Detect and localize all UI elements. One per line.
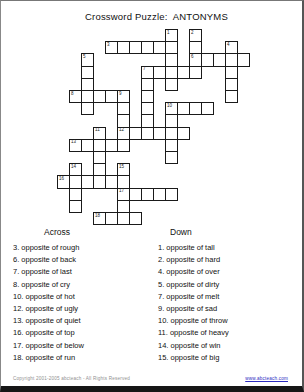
clue-number-5: 5	[83, 55, 86, 60]
clue-number-10: 10	[167, 104, 172, 109]
clue-number-16: 16	[59, 177, 64, 182]
clue-number-1: 1	[167, 31, 170, 36]
grid-cell-r14c5[interactable]	[117, 200, 130, 213]
grid-cell-r13c9[interactable]	[165, 188, 178, 201]
grid-cell-r7c5[interactable]	[117, 114, 130, 127]
grid-cell-r9c5[interactable]	[117, 139, 130, 152]
down-clue-15: 15. opposite of big	[158, 352, 229, 364]
grid-cell-r7c7[interactable]	[141, 114, 154, 127]
grid-cell-r3c14[interactable]	[225, 66, 238, 79]
down-clue-4: 4. opposite of over	[158, 266, 229, 278]
grid-cell-r2c15[interactable]	[237, 53, 250, 66]
down-clue-1: 1. opposite of tall	[158, 242, 229, 254]
grid-cell-r4c2[interactable]	[81, 78, 94, 91]
clue-number-6: 6	[191, 55, 194, 60]
grid-cell-r11c3[interactable]	[93, 163, 106, 176]
clue-number-8: 8	[71, 92, 74, 97]
down-clue-5: 5. opposite of dirty	[158, 279, 229, 291]
page: Crossword Puzzle: ANTONYMS 1234567891011…	[0, 0, 304, 392]
grid-cell-r14c1[interactable]	[69, 200, 82, 213]
grid-cell-r7c9[interactable]	[165, 114, 178, 127]
down-clue-list: 1. opposite of tall2. opposite of hard4.…	[158, 242, 229, 364]
down-clue-2: 2. opposite of hard	[158, 254, 229, 266]
grid-cell-r4c9[interactable]	[165, 78, 178, 91]
across-clue-list: 3. opposite of rough6. opposite of back7…	[13, 242, 84, 364]
clue-number-15: 15	[119, 165, 124, 170]
grid-cell-r11c1[interactable]: 14	[69, 163, 82, 176]
grid-cell-r1c14[interactable]: 4	[225, 41, 238, 54]
grid-cell-r10c9[interactable]	[165, 151, 178, 164]
grid-cell-r6c2[interactable]	[81, 102, 94, 115]
down-clue-7: 7. opposite of melt	[158, 291, 229, 303]
grid-cell-r6c5[interactable]	[117, 102, 130, 115]
across-clue-18: 18. opposite of run	[13, 352, 84, 364]
down-clue-10: 10. opposite of throw	[158, 315, 229, 327]
across-clue-13: 13. opposite of quiet	[13, 315, 84, 327]
across-clue-17: 17. opposite of below	[13, 340, 84, 352]
grid-cell-r2c2[interactable]: 5	[81, 53, 94, 66]
grid-cell-r9c9[interactable]	[165, 139, 178, 152]
across-clue-8: 8. opposite of cry	[13, 279, 84, 291]
across-clue-7: 7. opposite of last	[13, 266, 84, 278]
grid-cell-r15c6[interactable]	[129, 212, 142, 225]
page-title: Crossword Puzzle: ANTONYMS	[11, 11, 302, 22]
across-clue-6: 6. opposite of back	[13, 254, 84, 266]
clue-number-2: 2	[191, 31, 194, 36]
across-header: Across	[44, 227, 70, 237]
grid-cell-r11c5[interactable]: 15	[117, 163, 130, 176]
clue-number-17: 17	[119, 189, 124, 194]
down-clue-14: 14. opposite of win	[158, 340, 229, 352]
grid-cell-r6c7[interactable]	[141, 102, 154, 115]
down-clue-9: 9. opposite of sad	[158, 303, 229, 315]
grid-cell-r1c9[interactable]	[165, 41, 178, 54]
grid-cell-r13c1[interactable]	[69, 188, 82, 201]
across-clue-16: 16. opposite of top	[13, 327, 84, 339]
grid-cell-r6c12[interactable]	[201, 102, 214, 115]
grid-cell-r1c11[interactable]	[189, 41, 202, 54]
across-clue-12: 12. opposite of ugly	[13, 303, 84, 315]
grid-cell-r4c14[interactable]	[225, 78, 238, 91]
clue-number-14: 14	[71, 165, 76, 170]
clue-number-13: 13	[71, 140, 76, 145]
grid-cell-r12c5[interactable]	[117, 175, 130, 188]
down-header: Down	[170, 227, 192, 237]
grid-cell-r2c9[interactable]	[165, 53, 178, 66]
grid-cell-r3c11[interactable]	[189, 66, 202, 79]
clue-number-11: 11	[95, 128, 100, 133]
grid-cell-r4c7[interactable]	[141, 78, 154, 91]
clue-number-12: 12	[119, 128, 124, 133]
clue-number-9: 9	[119, 92, 122, 97]
clue-number-18: 18	[95, 214, 100, 219]
clue-number-3: 3	[107, 43, 110, 48]
footer-copyright: Copyright 2001-2005 abcteach - All Right…	[13, 376, 130, 381]
across-clue-10: 10. opposite of hot	[13, 291, 84, 303]
grid-cell-r3c2[interactable]	[81, 66, 94, 79]
clue-number-7: 7	[143, 67, 146, 72]
crossword-grid: 123456789101112131415161718	[57, 29, 251, 226]
across-clue-3: 3. opposite of rough	[13, 242, 84, 254]
grid-cell-r8c10[interactable]	[177, 127, 190, 140]
clue-number-4: 4	[227, 43, 230, 48]
grid-cell-r5c14[interactable]	[225, 90, 238, 103]
grid-cell-r8c3[interactable]: 11	[93, 127, 106, 140]
down-clue-11: 11. opposite of heavy	[158, 327, 229, 339]
footer-link[interactable]: www.abcteach.com	[245, 376, 288, 381]
